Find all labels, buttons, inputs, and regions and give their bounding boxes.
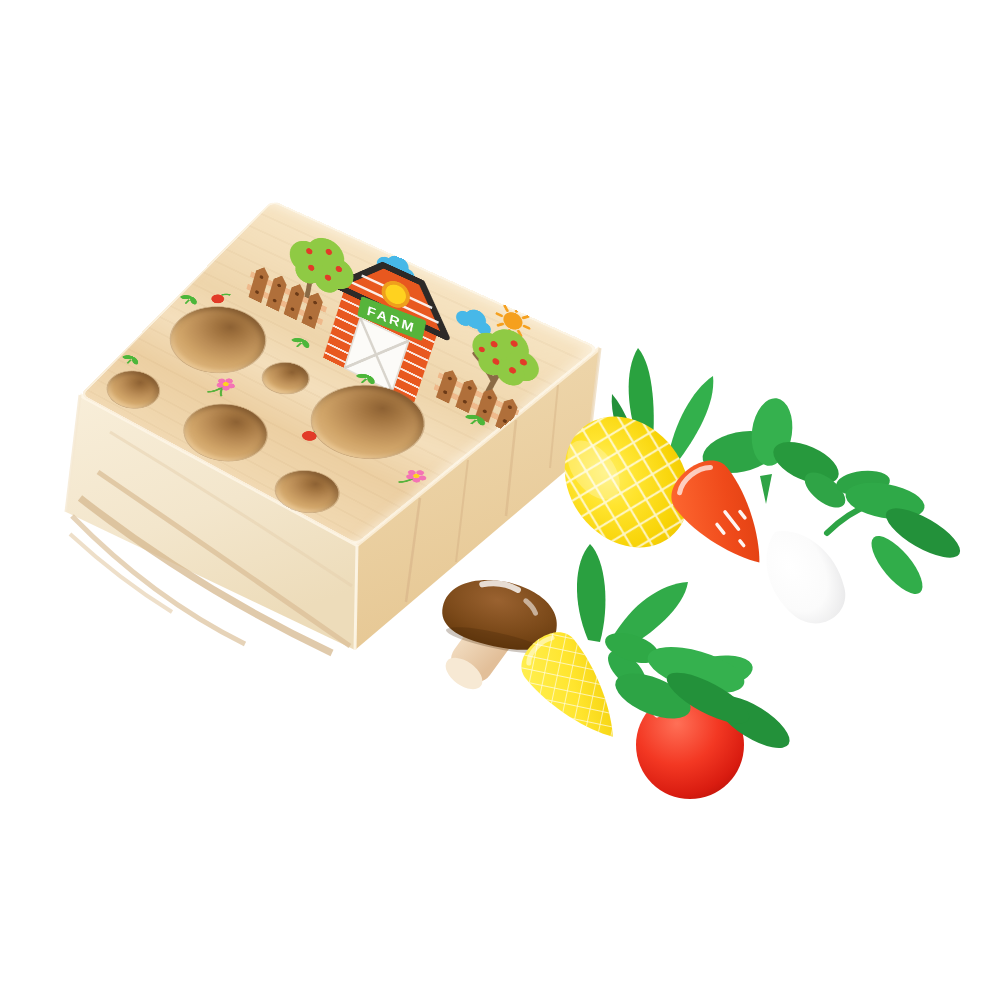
corn-leaves-back — [577, 544, 688, 650]
cloud-icon — [454, 303, 495, 338]
sprout-icon — [119, 352, 143, 368]
sprout-icon — [287, 334, 315, 351]
flower-icon — [206, 375, 239, 399]
apple-icon — [209, 290, 230, 306]
product-photo-scene: FARM — [0, 0, 1000, 1000]
corn-leaves-front — [601, 627, 755, 733]
radish-leaves — [827, 468, 967, 601]
sprout-icon — [176, 291, 202, 308]
piece-corn[interactable] — [500, 540, 790, 780]
flower-icon — [396, 467, 431, 490]
